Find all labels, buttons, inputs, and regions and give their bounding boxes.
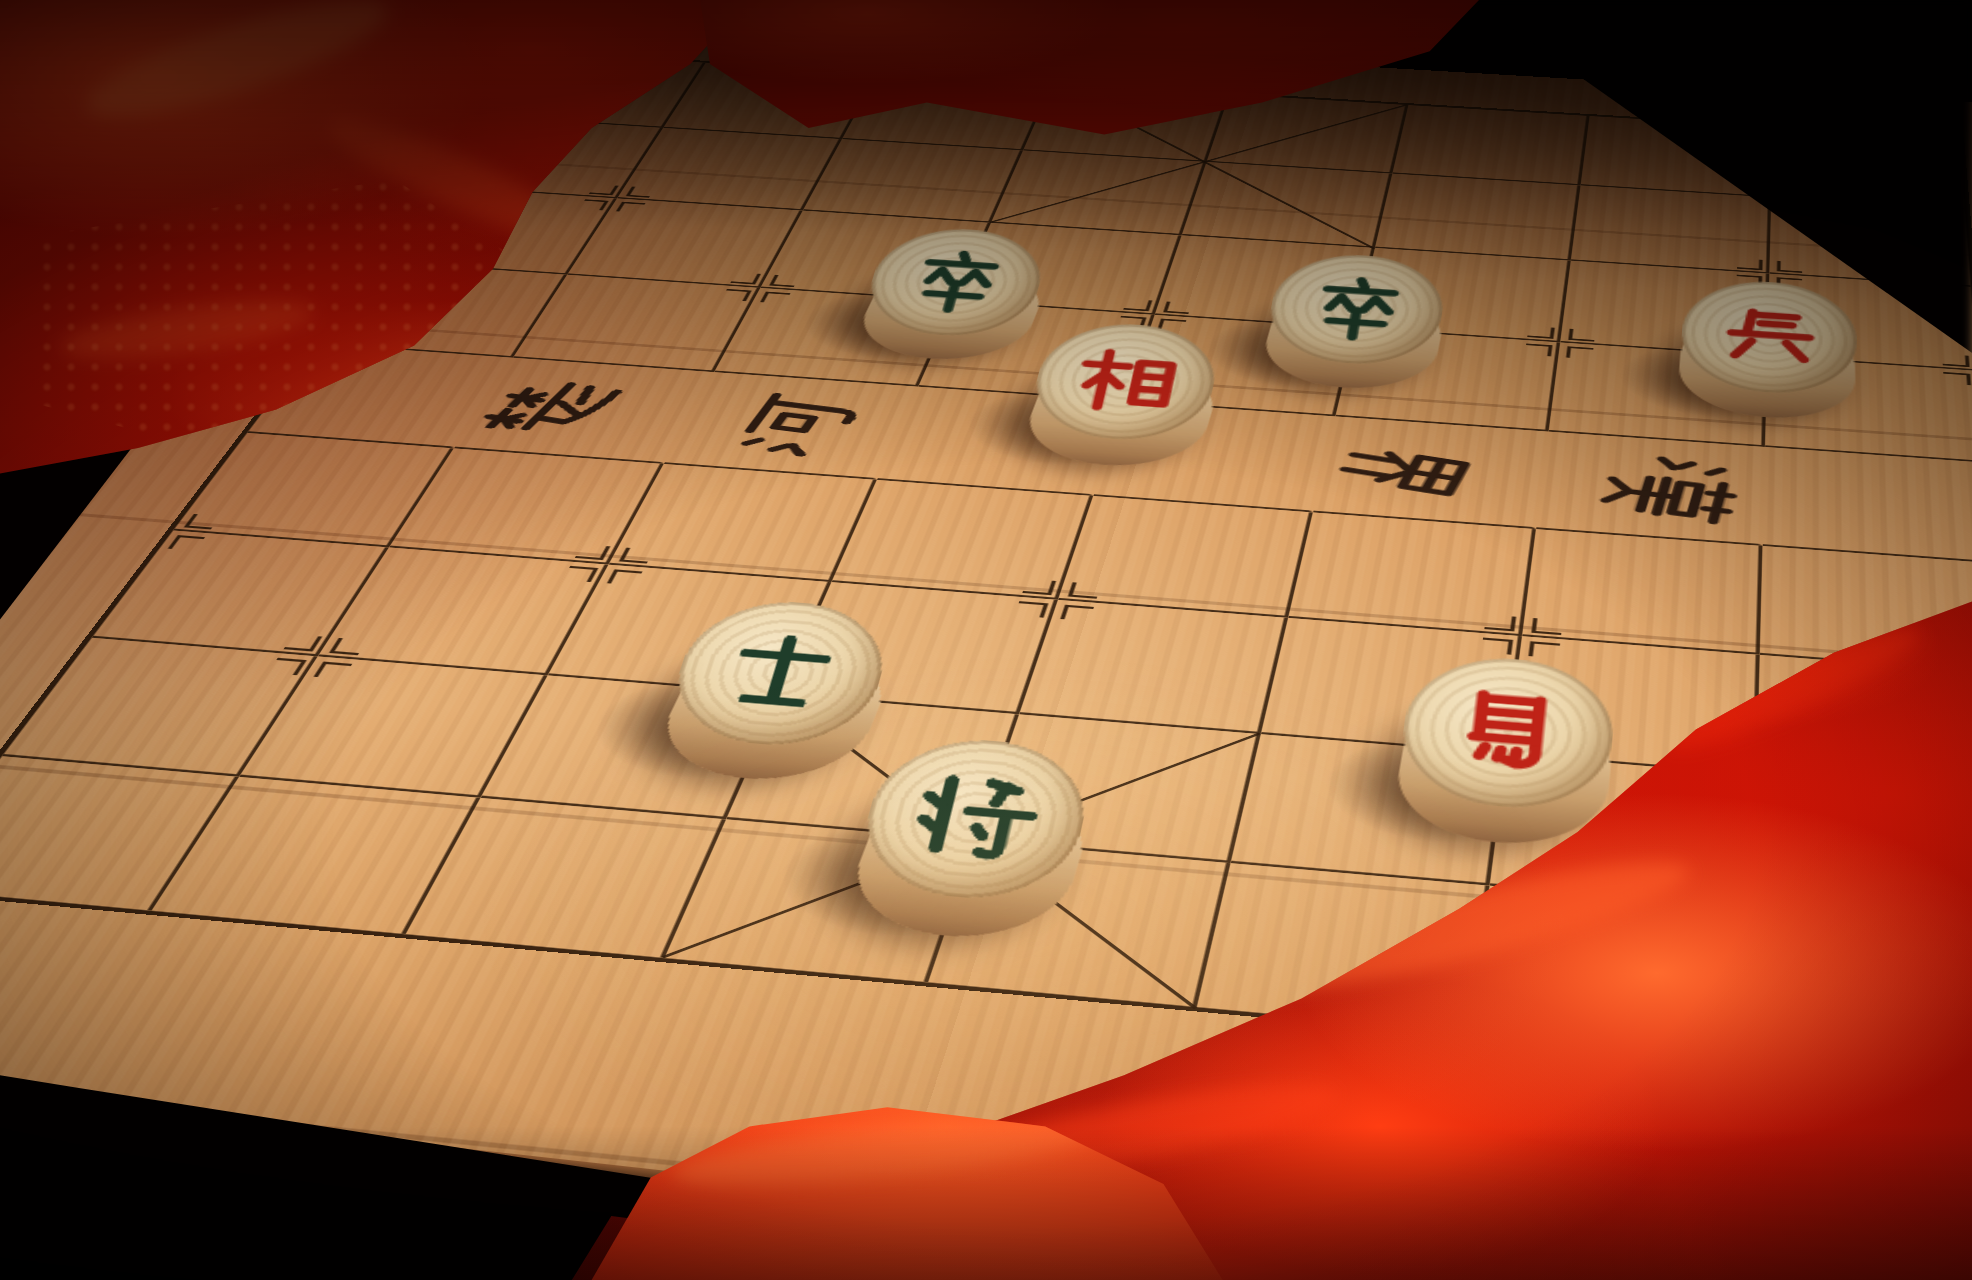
board-cell xyxy=(1393,105,1590,185)
board-cell xyxy=(1471,886,1754,1058)
board-cell xyxy=(1522,529,1762,655)
board-cell xyxy=(377,187,617,275)
piece-black-advisor[interactable] xyxy=(658,637,901,756)
board-cell xyxy=(1207,94,1409,173)
piece-black-general[interactable] xyxy=(849,776,1099,910)
board-cell xyxy=(1771,127,1964,210)
board-cell xyxy=(1019,600,1288,734)
board-cell xyxy=(1763,447,1972,563)
photo-scene xyxy=(0,0,1972,1280)
board-grid xyxy=(0,50,1972,1089)
board-cell xyxy=(991,151,1207,236)
board-cell xyxy=(1581,116,1773,197)
board-cell xyxy=(1750,909,1972,1084)
board-cell xyxy=(1375,174,1581,261)
board-cell xyxy=(1536,432,1765,546)
piece-black-soldier[interactable] xyxy=(857,261,1053,343)
piece-red-horse[interactable] xyxy=(1394,694,1615,819)
board-cell xyxy=(842,73,1053,150)
board-wood-surface xyxy=(0,14,1972,1280)
xiangqi-board xyxy=(0,14,1972,1280)
board-cell xyxy=(803,139,1023,223)
board-cell xyxy=(1197,863,1490,1032)
board-cell xyxy=(1760,546,1972,674)
